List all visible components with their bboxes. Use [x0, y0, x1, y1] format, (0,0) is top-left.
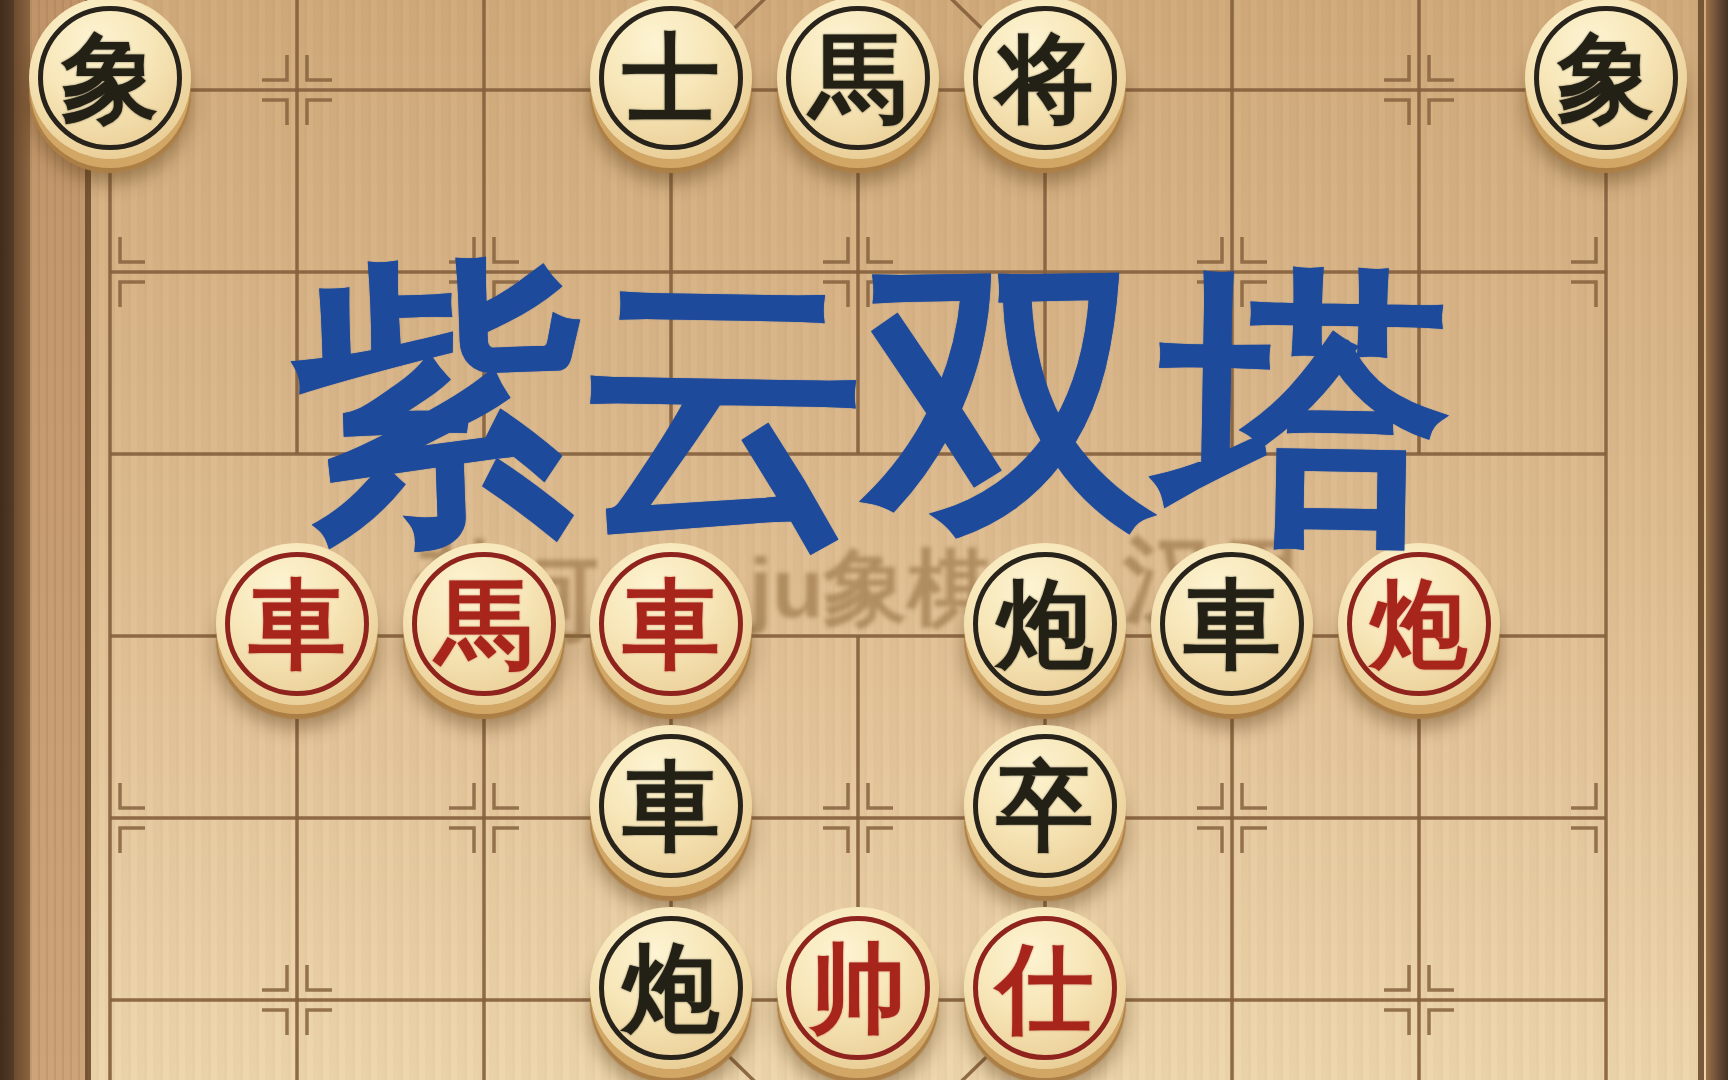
point-marker: [1197, 828, 1222, 853]
point-marker: [307, 55, 332, 80]
piece-glyph-black-cannon: 炮: [973, 552, 1117, 696]
piece-glyph-black-chariot: 車: [599, 734, 743, 878]
point-marker: [1429, 965, 1454, 990]
piece-glyph-red-chariot: 車: [225, 552, 369, 696]
point-marker: [449, 828, 474, 853]
point-marker: [494, 828, 519, 853]
point-marker: [1384, 100, 1409, 125]
point-marker: [823, 828, 848, 853]
piece-red-general[interactable]: 帅: [777, 907, 939, 1069]
point-marker: [262, 1010, 287, 1035]
point-marker: [494, 783, 519, 808]
point-marker: [1571, 282, 1596, 307]
title-char: 紫: [290, 258, 590, 558]
piece-glyph-red-advisor: 仕: [973, 916, 1117, 1060]
xiangqi-screenshot: 楚河ju象棋汉界 象士馬将象車馬車炮車炮車卒炮帅仕 紫云双塔: [0, 0, 1728, 1080]
piece-black-general[interactable]: 将: [964, 0, 1126, 159]
piece-glyph-black-chariot: 車: [1160, 552, 1304, 696]
point-marker: [120, 783, 145, 808]
point-marker: [307, 1010, 332, 1035]
point-marker: [262, 965, 287, 990]
point-marker: [120, 282, 145, 307]
point-marker: [1571, 237, 1596, 262]
piece-glyph-red-horse: 馬: [412, 552, 556, 696]
title-char: 双: [862, 255, 1157, 550]
piece-glyph-red-chariot: 車: [599, 552, 743, 696]
point-marker: [868, 828, 893, 853]
point-marker: [1242, 783, 1267, 808]
point-marker: [1429, 1010, 1454, 1035]
point-marker: [868, 783, 893, 808]
point-marker: [307, 965, 332, 990]
point-marker: [120, 237, 145, 262]
point-marker: [1384, 1010, 1409, 1035]
point-marker: [307, 100, 332, 125]
point-marker: [120, 828, 145, 853]
piece-glyph-black-horse: 馬: [786, 6, 930, 150]
point-marker: [1242, 828, 1267, 853]
piece-glyph-black-soldier: 卒: [973, 734, 1117, 878]
piece-black-horse[interactable]: 馬: [777, 0, 939, 159]
piece-glyph-black-advisor: 士: [599, 6, 743, 150]
piece-black-chariot[interactable]: 車: [590, 725, 752, 887]
piece-red-advisor[interactable]: 仕: [964, 907, 1126, 1069]
title-char: 塔: [1157, 265, 1452, 560]
point-marker: [1429, 100, 1454, 125]
piece-black-elephant[interactable]: 象: [29, 0, 191, 159]
point-marker: [1384, 965, 1409, 990]
piece-glyph-black-elephant: 象: [1534, 6, 1678, 150]
piece-glyph-black-cannon: 炮: [599, 916, 743, 1060]
point-marker: [1384, 55, 1409, 80]
piece-glyph-black-elephant: 象: [38, 6, 182, 150]
point-marker: [1197, 783, 1222, 808]
point-marker: [262, 55, 287, 80]
piece-black-cannon[interactable]: 炮: [964, 543, 1126, 705]
piece-glyph-red-general: 帅: [786, 916, 930, 1060]
piece-black-advisor[interactable]: 士: [590, 0, 752, 159]
piece-black-elephant[interactable]: 象: [1525, 0, 1687, 159]
piece-black-cannon[interactable]: 炮: [590, 907, 752, 1069]
point-marker: [262, 100, 287, 125]
point-marker: [1571, 783, 1596, 808]
point-marker: [823, 783, 848, 808]
title-char: 云: [577, 264, 872, 559]
point-marker: [1571, 828, 1596, 853]
point-marker: [449, 783, 474, 808]
piece-glyph-black-general: 将: [973, 6, 1117, 150]
piece-black-soldier[interactable]: 卒: [964, 725, 1126, 887]
point-marker: [1429, 55, 1454, 80]
